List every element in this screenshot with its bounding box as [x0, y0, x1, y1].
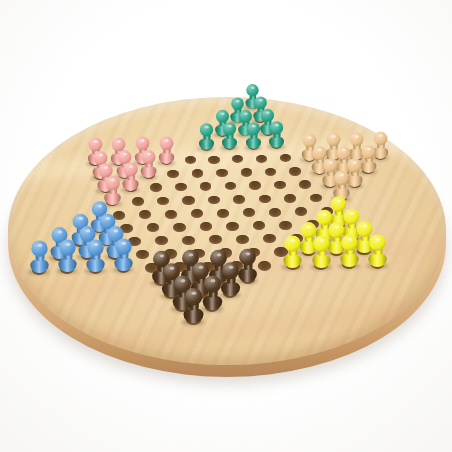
board-photo — [0, 0, 452, 452]
peg-highlight — [353, 161, 357, 164]
peg-highlight — [319, 238, 323, 241]
peg-highlight — [318, 149, 322, 152]
peg-yellow[interactable] — [366, 234, 389, 269]
hole[interactable] — [208, 156, 219, 164]
peg-highlight — [188, 253, 192, 256]
peg-highlight — [246, 252, 250, 255]
hole[interactable] — [200, 182, 212, 191]
hole[interactable] — [185, 156, 196, 164]
peg-highlight — [192, 292, 197, 296]
peg-head — [200, 123, 213, 136]
peg-green[interactable] — [221, 122, 240, 150]
peg-yellow[interactable] — [310, 235, 333, 270]
peg-highlight — [111, 178, 115, 181]
peg-highlight — [99, 153, 103, 156]
peg-head — [313, 235, 329, 251]
peg-highlight — [340, 174, 344, 177]
peg-pink[interactable] — [157, 136, 176, 165]
hole[interactable] — [269, 208, 282, 217]
hole[interactable] — [310, 194, 322, 203]
peg-highlight — [275, 124, 279, 127]
peg-highlight — [94, 242, 98, 245]
peg-highlight — [129, 165, 133, 168]
peg-highlight — [362, 225, 366, 228]
peg-head — [246, 122, 259, 135]
peg-highlight — [123, 153, 127, 156]
hole[interactable] — [295, 207, 308, 216]
hole[interactable] — [243, 208, 256, 217]
peg-head — [334, 171, 349, 186]
hole[interactable] — [241, 168, 253, 176]
peg-head — [270, 121, 283, 134]
hole[interactable] — [217, 209, 230, 218]
peg-head — [124, 162, 138, 176]
peg-highlight — [117, 140, 121, 143]
hole[interactable] — [136, 250, 149, 260]
hole[interactable] — [289, 167, 301, 175]
peg-green[interactable] — [267, 121, 286, 149]
peg-head — [326, 133, 340, 147]
hole[interactable] — [155, 236, 168, 245]
hole[interactable] — [299, 180, 311, 189]
peg-head — [361, 145, 375, 159]
hole[interactable] — [182, 196, 194, 205]
peg-highlight — [342, 148, 346, 151]
peg-yellow[interactable] — [338, 235, 361, 270]
peg-blue[interactable] — [112, 239, 135, 274]
hole[interactable] — [232, 155, 243, 163]
peg-head — [246, 84, 258, 96]
hole[interactable] — [167, 170, 179, 178]
peg-highlight — [335, 225, 339, 228]
peg-highlight — [106, 217, 110, 220]
hole[interactable] — [256, 155, 267, 163]
peg-highlight — [355, 135, 359, 138]
peg-green[interactable] — [244, 122, 263, 150]
peg-highlight — [244, 112, 247, 115]
peg-highlight — [237, 99, 240, 102]
peg-head — [88, 138, 102, 152]
peg-head — [254, 96, 267, 109]
hole[interactable] — [233, 195, 245, 204]
peg-highlight — [251, 86, 254, 88]
peg-highlight — [376, 237, 380, 240]
hole[interactable] — [208, 196, 220, 205]
peg-highlight — [113, 229, 117, 232]
peg-head — [231, 97, 244, 110]
peg-highlight — [322, 213, 326, 216]
hole[interactable] — [139, 210, 152, 219]
peg-highlight — [228, 265, 233, 268]
peg-highlight — [58, 230, 62, 233]
hole[interactable] — [191, 209, 204, 218]
peg-head — [105, 175, 120, 190]
peg-head — [160, 136, 174, 150]
peg-highlight — [122, 242, 126, 245]
peg-highlight — [229, 125, 233, 128]
hole[interactable] — [200, 222, 213, 231]
peg-highlight — [199, 266, 204, 269]
peg-highlight — [165, 139, 169, 142]
peg-highlight — [367, 148, 371, 151]
peg-highlight — [348, 238, 352, 241]
peg-head — [216, 110, 229, 123]
hole[interactable] — [249, 181, 261, 190]
peg-head — [203, 275, 220, 292]
hole[interactable] — [258, 261, 272, 271]
hole[interactable] — [175, 183, 187, 192]
peg-blue[interactable] — [84, 239, 107, 274]
peg-highlight — [66, 243, 70, 246]
peg-head — [115, 239, 131, 255]
hole[interactable] — [165, 210, 178, 219]
peg-head — [142, 149, 156, 163]
peg-highlight — [141, 140, 145, 143]
peg-highlight — [79, 217, 83, 220]
peg-highlight — [170, 266, 175, 269]
hole[interactable] — [265, 168, 277, 176]
hole[interactable] — [216, 169, 228, 177]
peg-highlight — [210, 279, 215, 282]
peg-head — [87, 239, 103, 255]
peg-highlight — [160, 254, 164, 257]
peg-highlight — [221, 112, 224, 115]
peg-head — [285, 236, 301, 252]
peg-highlight — [329, 161, 333, 164]
hole[interactable] — [150, 183, 162, 192]
peg-head — [31, 240, 47, 256]
peg-blue[interactable] — [56, 240, 79, 275]
hole[interactable] — [225, 182, 237, 191]
peg-highlight — [308, 136, 312, 139]
peg-pink[interactable] — [139, 149, 159, 179]
hole[interactable] — [192, 169, 204, 177]
hole[interactable] — [259, 195, 271, 204]
peg-highlight — [37, 243, 41, 246]
hole[interactable] — [274, 181, 286, 190]
peg-highlight — [94, 141, 98, 144]
peg-highlight — [104, 166, 108, 169]
peg-head — [341, 235, 357, 251]
peg-highlight — [379, 135, 383, 138]
peg-head — [136, 137, 150, 151]
hole[interactable] — [132, 197, 144, 206]
peg-blue[interactable] — [28, 240, 51, 275]
peg-highlight — [332, 136, 336, 139]
peg-yellow[interactable] — [281, 236, 304, 271]
peg-highlight — [98, 204, 102, 207]
peg-highlight — [217, 253, 221, 256]
hole[interactable] — [226, 222, 239, 231]
peg-green[interactable] — [197, 123, 216, 151]
peg-highlight — [259, 99, 262, 102]
peg-highlight — [180, 279, 185, 282]
hole[interactable] — [147, 223, 160, 232]
peg-head — [239, 109, 252, 122]
hole[interactable] — [236, 235, 249, 244]
hole[interactable] — [182, 236, 195, 245]
peg-highlight — [267, 111, 270, 114]
peg-highlight — [252, 125, 256, 128]
hole[interactable] — [173, 223, 186, 232]
peg-brown[interactable] — [181, 288, 206, 326]
peg-highlight — [147, 152, 151, 155]
peg-highlight — [86, 230, 90, 233]
peg-highlight — [291, 239, 295, 242]
peg-head — [374, 132, 388, 146]
peg-head — [185, 288, 203, 306]
peg-head — [59, 240, 75, 256]
peg-highlight — [350, 212, 354, 215]
hole[interactable] — [209, 235, 222, 244]
peg-pink[interactable] — [121, 162, 141, 193]
peg-highlight — [307, 226, 311, 229]
peg-highlight — [205, 126, 209, 129]
hole[interactable] — [284, 194, 296, 203]
hole[interactable] — [279, 221, 292, 230]
peg-head — [223, 122, 236, 135]
hole[interactable] — [280, 154, 291, 162]
peg-head — [261, 109, 274, 122]
board-grid — [0, 0, 452, 452]
hole[interactable] — [263, 234, 276, 243]
peg-highlight — [337, 200, 341, 203]
hole[interactable] — [253, 221, 266, 230]
peg-head — [369, 234, 385, 250]
hole[interactable] — [157, 197, 169, 206]
